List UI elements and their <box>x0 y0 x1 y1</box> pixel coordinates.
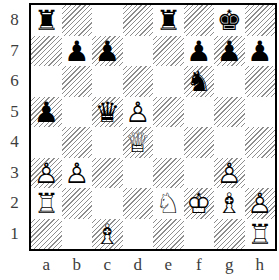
white-pawn: ♙ <box>123 97 154 128</box>
file-label-a: a <box>31 251 62 278</box>
square-c3[interactable] <box>92 158 123 189</box>
square-h5[interactable] <box>245 97 276 128</box>
white-rook-fill: ♜ <box>245 219 276 250</box>
file-labels: abcdefgh <box>31 251 275 278</box>
square-d3[interactable] <box>123 158 154 189</box>
square-c1[interactable]: ♝♗ <box>92 219 123 250</box>
square-e5[interactable] <box>153 97 184 128</box>
rank-label-8: 8 <box>0 5 29 36</box>
white-rook-fill: ♜ <box>31 188 62 219</box>
black-pawn: ♟ <box>214 36 245 67</box>
square-c2[interactable] <box>92 188 123 219</box>
white-bishop: ♗ <box>214 188 245 219</box>
square-h6[interactable] <box>245 66 276 97</box>
square-d1[interactable] <box>123 219 154 250</box>
file-label-c: c <box>92 251 123 278</box>
file-label-g: g <box>214 251 245 278</box>
white-queen-fill: ♛ <box>123 127 154 158</box>
white-king: ♔ <box>184 188 215 219</box>
rank-label-5: 5 <box>0 97 29 128</box>
black-queen: ♛ <box>92 97 123 128</box>
square-h1[interactable]: ♜♖ <box>245 219 276 250</box>
chess-board[interactable]: ♜♜♚♟♟♟♟♟♞♟♛♟♙♛♕♟♙♟♙♟♙♜♖♞♘♚♔♝♗♟♙♝♗♜♖ <box>29 3 277 251</box>
white-pawn-fill: ♟ <box>245 188 276 219</box>
black-knight: ♞ <box>184 66 215 97</box>
square-b3[interactable]: ♟♙ <box>62 158 93 189</box>
white-pawn: ♙ <box>214 158 245 189</box>
square-g8[interactable]: ♚ <box>214 5 245 36</box>
square-f3[interactable] <box>184 158 215 189</box>
rank-label-4: 4 <box>0 127 29 158</box>
square-b6[interactable] <box>62 66 93 97</box>
rank-label-2: 2 <box>0 188 29 219</box>
square-e3[interactable] <box>153 158 184 189</box>
square-c7[interactable]: ♟ <box>92 36 123 67</box>
white-pawn-fill: ♟ <box>214 158 245 189</box>
white-bishop-fill: ♝ <box>92 219 123 250</box>
rank-labels: 87654321 <box>0 5 29 249</box>
square-d4[interactable]: ♛♕ <box>123 127 154 158</box>
square-g2[interactable]: ♝♗ <box>214 188 245 219</box>
file-label-f: f <box>184 251 215 278</box>
white-pawn-fill: ♟ <box>123 97 154 128</box>
square-f5[interactable] <box>184 97 215 128</box>
white-bishop-fill: ♝ <box>214 188 245 219</box>
black-pawn: ♟ <box>92 36 123 67</box>
square-c6[interactable] <box>92 66 123 97</box>
square-c8[interactable] <box>92 5 123 36</box>
file-label-d: d <box>123 251 154 278</box>
square-b7[interactable]: ♟ <box>62 36 93 67</box>
rank-label-3: 3 <box>0 158 29 189</box>
square-h7[interactable]: ♟ <box>245 36 276 67</box>
black-pawn: ♟ <box>184 36 215 67</box>
square-g7[interactable]: ♟ <box>214 36 245 67</box>
square-b5[interactable] <box>62 97 93 128</box>
square-e1[interactable] <box>153 219 184 250</box>
black-pawn: ♟ <box>31 97 62 128</box>
file-label-b: b <box>62 251 93 278</box>
square-f4[interactable] <box>184 127 215 158</box>
white-knight: ♘ <box>153 188 184 219</box>
rank-label-1: 1 <box>0 219 29 250</box>
square-g3[interactable]: ♟♙ <box>214 158 245 189</box>
square-f7[interactable]: ♟ <box>184 36 215 67</box>
square-a6[interactable] <box>31 66 62 97</box>
white-queen: ♕ <box>123 127 154 158</box>
square-f8[interactable] <box>184 5 215 36</box>
white-pawn: ♙ <box>245 188 276 219</box>
white-knight-fill: ♞ <box>153 188 184 219</box>
square-f2[interactable]: ♚♔ <box>184 188 215 219</box>
black-rook: ♜ <box>153 5 184 36</box>
rank-label-7: 7 <box>0 36 29 67</box>
square-a7[interactable] <box>31 36 62 67</box>
square-d8[interactable] <box>123 5 154 36</box>
black-king: ♚ <box>214 5 245 36</box>
square-e2[interactable]: ♞♘ <box>153 188 184 219</box>
square-e8[interactable]: ♜ <box>153 5 184 36</box>
square-f6[interactable]: ♞ <box>184 66 215 97</box>
square-e7[interactable] <box>153 36 184 67</box>
square-g6[interactable] <box>214 66 245 97</box>
square-d7[interactable] <box>123 36 154 67</box>
rank-label-6: 6 <box>0 66 29 97</box>
black-pawn: ♟ <box>245 36 276 67</box>
chess-diagram: 87654321 ♜♜♚♟♟♟♟♟♞♟♛♟♙♛♕♟♙♟♙♟♙♜♖♞♘♚♔♝♗♟♙… <box>0 0 279 280</box>
square-e6[interactable] <box>153 66 184 97</box>
white-rook: ♖ <box>31 188 62 219</box>
square-g5[interactable] <box>214 97 245 128</box>
black-pawn: ♟ <box>62 36 93 67</box>
square-h4[interactable] <box>245 127 276 158</box>
square-h3[interactable] <box>245 158 276 189</box>
white-king-fill: ♚ <box>184 188 215 219</box>
square-d2[interactable] <box>123 188 154 219</box>
square-f1[interactable] <box>184 219 215 250</box>
file-label-e: e <box>153 251 184 278</box>
square-a3[interactable]: ♟♙ <box>31 158 62 189</box>
square-a2[interactable]: ♜♖ <box>31 188 62 219</box>
square-c5[interactable]: ♛ <box>92 97 123 128</box>
square-h2[interactable]: ♟♙ <box>245 188 276 219</box>
square-b1[interactable] <box>62 219 93 250</box>
square-c4[interactable] <box>92 127 123 158</box>
square-a5[interactable]: ♟ <box>31 97 62 128</box>
white-pawn: ♙ <box>62 158 93 189</box>
square-g1[interactable] <box>214 219 245 250</box>
square-b4[interactable] <box>62 127 93 158</box>
white-rook: ♖ <box>245 219 276 250</box>
white-pawn-fill: ♟ <box>62 158 93 189</box>
white-bishop: ♗ <box>92 219 123 250</box>
square-a1[interactable] <box>31 219 62 250</box>
square-b8[interactable] <box>62 5 93 36</box>
square-g4[interactable] <box>214 127 245 158</box>
file-label-h: h <box>245 251 276 278</box>
white-pawn: ♙ <box>31 158 62 189</box>
square-b2[interactable] <box>62 188 93 219</box>
square-d6[interactable] <box>123 66 154 97</box>
square-d5[interactable]: ♟♙ <box>123 97 154 128</box>
square-e4[interactable] <box>153 127 184 158</box>
square-a4[interactable] <box>31 127 62 158</box>
black-rook: ♜ <box>31 5 62 36</box>
square-h8[interactable] <box>245 5 276 36</box>
square-a8[interactable]: ♜ <box>31 5 62 36</box>
white-pawn-fill: ♟ <box>31 158 62 189</box>
